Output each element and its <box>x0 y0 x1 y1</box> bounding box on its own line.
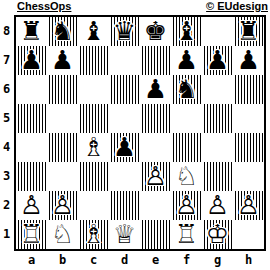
square-a5 <box>16 104 47 133</box>
black-knight-f6: ♞ <box>171 75 202 104</box>
square-c2 <box>78 191 109 220</box>
chessops-diagram: ChessOps © EUdesign 87654321 ♜♞♝♛♚♝♜♟♟♟♟… <box>0 0 270 270</box>
square-h1 <box>233 220 264 249</box>
rank-label-8: 8 <box>0 17 13 46</box>
square-d8: ♛ <box>109 17 140 46</box>
square-h5 <box>233 104 264 133</box>
square-h7: ♟ <box>233 46 264 75</box>
square-d1: ♛♕ <box>109 220 140 249</box>
app-title-link[interactable]: ChessOps <box>17 0 71 12</box>
square-f5 <box>171 104 202 133</box>
credit-link[interactable]: © EUdesign <box>206 0 268 12</box>
square-b3 <box>47 162 78 191</box>
square-b1: ♞♘ <box>47 220 78 249</box>
rank-labels: 87654321 <box>0 17 13 249</box>
square-e8: ♚ <box>140 17 171 46</box>
square-a7: ♟ <box>16 46 47 75</box>
square-f4 <box>171 133 202 162</box>
square-e6: ♟ <box>140 75 171 104</box>
square-f8: ♝ <box>171 17 202 46</box>
white-rook-a1: ♜♖ <box>16 220 47 249</box>
white-queen-d1: ♛♕ <box>109 220 140 249</box>
black-pawn-e6: ♟ <box>140 75 171 104</box>
black-pawn-b7: ♟ <box>47 46 78 75</box>
square-d2 <box>109 191 140 220</box>
square-g7: ♟ <box>202 46 233 75</box>
rank-label-1: 1 <box>0 220 13 249</box>
square-d5 <box>109 104 140 133</box>
square-a4 <box>16 133 47 162</box>
square-g8 <box>202 17 233 46</box>
square-e3: ♟♙ <box>140 162 171 191</box>
black-bishop-c8: ♝ <box>78 17 109 46</box>
file-label-e: e <box>140 253 171 267</box>
file-labels: abcdefgh <box>16 253 264 267</box>
square-c8: ♝ <box>78 17 109 46</box>
black-pawn-d4: ♟ <box>109 133 140 162</box>
file-label-f: f <box>171 253 202 267</box>
rank-label-5: 5 <box>0 104 13 133</box>
square-a8: ♜ <box>16 17 47 46</box>
white-rook-f1: ♜♖ <box>171 220 202 249</box>
rank-label-4: 4 <box>0 133 13 162</box>
white-king-g1: ♚♔ <box>202 220 233 249</box>
square-c6 <box>78 75 109 104</box>
square-e5 <box>140 104 171 133</box>
square-f7: ♟ <box>171 46 202 75</box>
black-pawn-a7: ♟ <box>16 46 47 75</box>
white-knight-f3: ♞♘ <box>171 162 202 191</box>
file-label-h: h <box>233 253 264 267</box>
square-h8: ♜ <box>233 17 264 46</box>
square-g6 <box>202 75 233 104</box>
rank-label-7: 7 <box>0 46 13 75</box>
black-pawn-h7: ♟ <box>233 46 264 75</box>
square-c4: ♝♗ <box>78 133 109 162</box>
square-h3 <box>233 162 264 191</box>
square-b4 <box>47 133 78 162</box>
square-h2: ♟♙ <box>233 191 264 220</box>
square-e7 <box>140 46 171 75</box>
black-rook-h8: ♜ <box>233 17 264 46</box>
black-pawn-f7: ♟ <box>171 46 202 75</box>
white-bishop-c1: ♝♗ <box>78 220 109 249</box>
black-rook-a8: ♜ <box>16 17 47 46</box>
white-pawn-h2: ♟♙ <box>233 191 264 220</box>
black-pawn-g7: ♟ <box>202 46 233 75</box>
square-d7 <box>109 46 140 75</box>
square-b5 <box>47 104 78 133</box>
square-h6 <box>233 75 264 104</box>
square-b2: ♟♙ <box>47 191 78 220</box>
file-label-g: g <box>202 253 233 267</box>
black-queen-d8: ♛ <box>109 17 140 46</box>
square-a6 <box>16 75 47 104</box>
square-b6 <box>47 75 78 104</box>
square-g2: ♟♙ <box>202 191 233 220</box>
black-king-e8: ♚ <box>140 17 171 46</box>
square-d3 <box>109 162 140 191</box>
square-e4 <box>140 133 171 162</box>
file-label-a: a <box>16 253 47 267</box>
square-d6 <box>109 75 140 104</box>
square-c3 <box>78 162 109 191</box>
white-knight-b1: ♞♘ <box>47 220 78 249</box>
square-d4: ♟ <box>109 133 140 162</box>
white-pawn-e3: ♟♙ <box>140 162 171 191</box>
white-bishop-c4: ♝♗ <box>78 133 109 162</box>
square-c7 <box>78 46 109 75</box>
square-c1: ♝♗ <box>78 220 109 249</box>
white-pawn-g2: ♟♙ <box>202 191 233 220</box>
black-bishop-f8: ♝ <box>171 17 202 46</box>
square-g5 <box>202 104 233 133</box>
square-b8: ♞ <box>47 17 78 46</box>
file-label-d: d <box>109 253 140 267</box>
white-pawn-b2: ♟♙ <box>47 191 78 220</box>
square-f2: ♟♙ <box>171 191 202 220</box>
chess-board: ♜♞♝♛♚♝♜♟♟♟♟♟♟♞♝♗♟♟♙♞♘♟♙♟♙♟♙♟♙♟♙♜♖♞♘♝♗♛♕♜… <box>16 17 264 249</box>
square-g1: ♚♔ <box>202 220 233 249</box>
square-h4 <box>233 133 264 162</box>
square-a1: ♜♖ <box>16 220 47 249</box>
square-a3 <box>16 162 47 191</box>
rank-label-3: 3 <box>0 162 13 191</box>
board-frame: ♜♞♝♛♚♝♜♟♟♟♟♟♟♞♝♗♟♟♙♞♘♟♙♟♙♟♙♟♙♟♙♜♖♞♘♝♗♛♕♜… <box>14 15 266 251</box>
square-e2 <box>140 191 171 220</box>
rank-label-2: 2 <box>0 191 13 220</box>
square-b7: ♟ <box>47 46 78 75</box>
square-g4 <box>202 133 233 162</box>
square-f6: ♞ <box>171 75 202 104</box>
square-c5 <box>78 104 109 133</box>
white-pawn-f2: ♟♙ <box>171 191 202 220</box>
square-a2: ♟♙ <box>16 191 47 220</box>
square-e1 <box>140 220 171 249</box>
rank-label-6: 6 <box>0 75 13 104</box>
black-knight-b8: ♞ <box>47 17 78 46</box>
file-label-c: c <box>78 253 109 267</box>
white-pawn-a2: ♟♙ <box>16 191 47 220</box>
square-g3 <box>202 162 233 191</box>
square-f3: ♞♘ <box>171 162 202 191</box>
file-label-b: b <box>47 253 78 267</box>
square-f1: ♜♖ <box>171 220 202 249</box>
